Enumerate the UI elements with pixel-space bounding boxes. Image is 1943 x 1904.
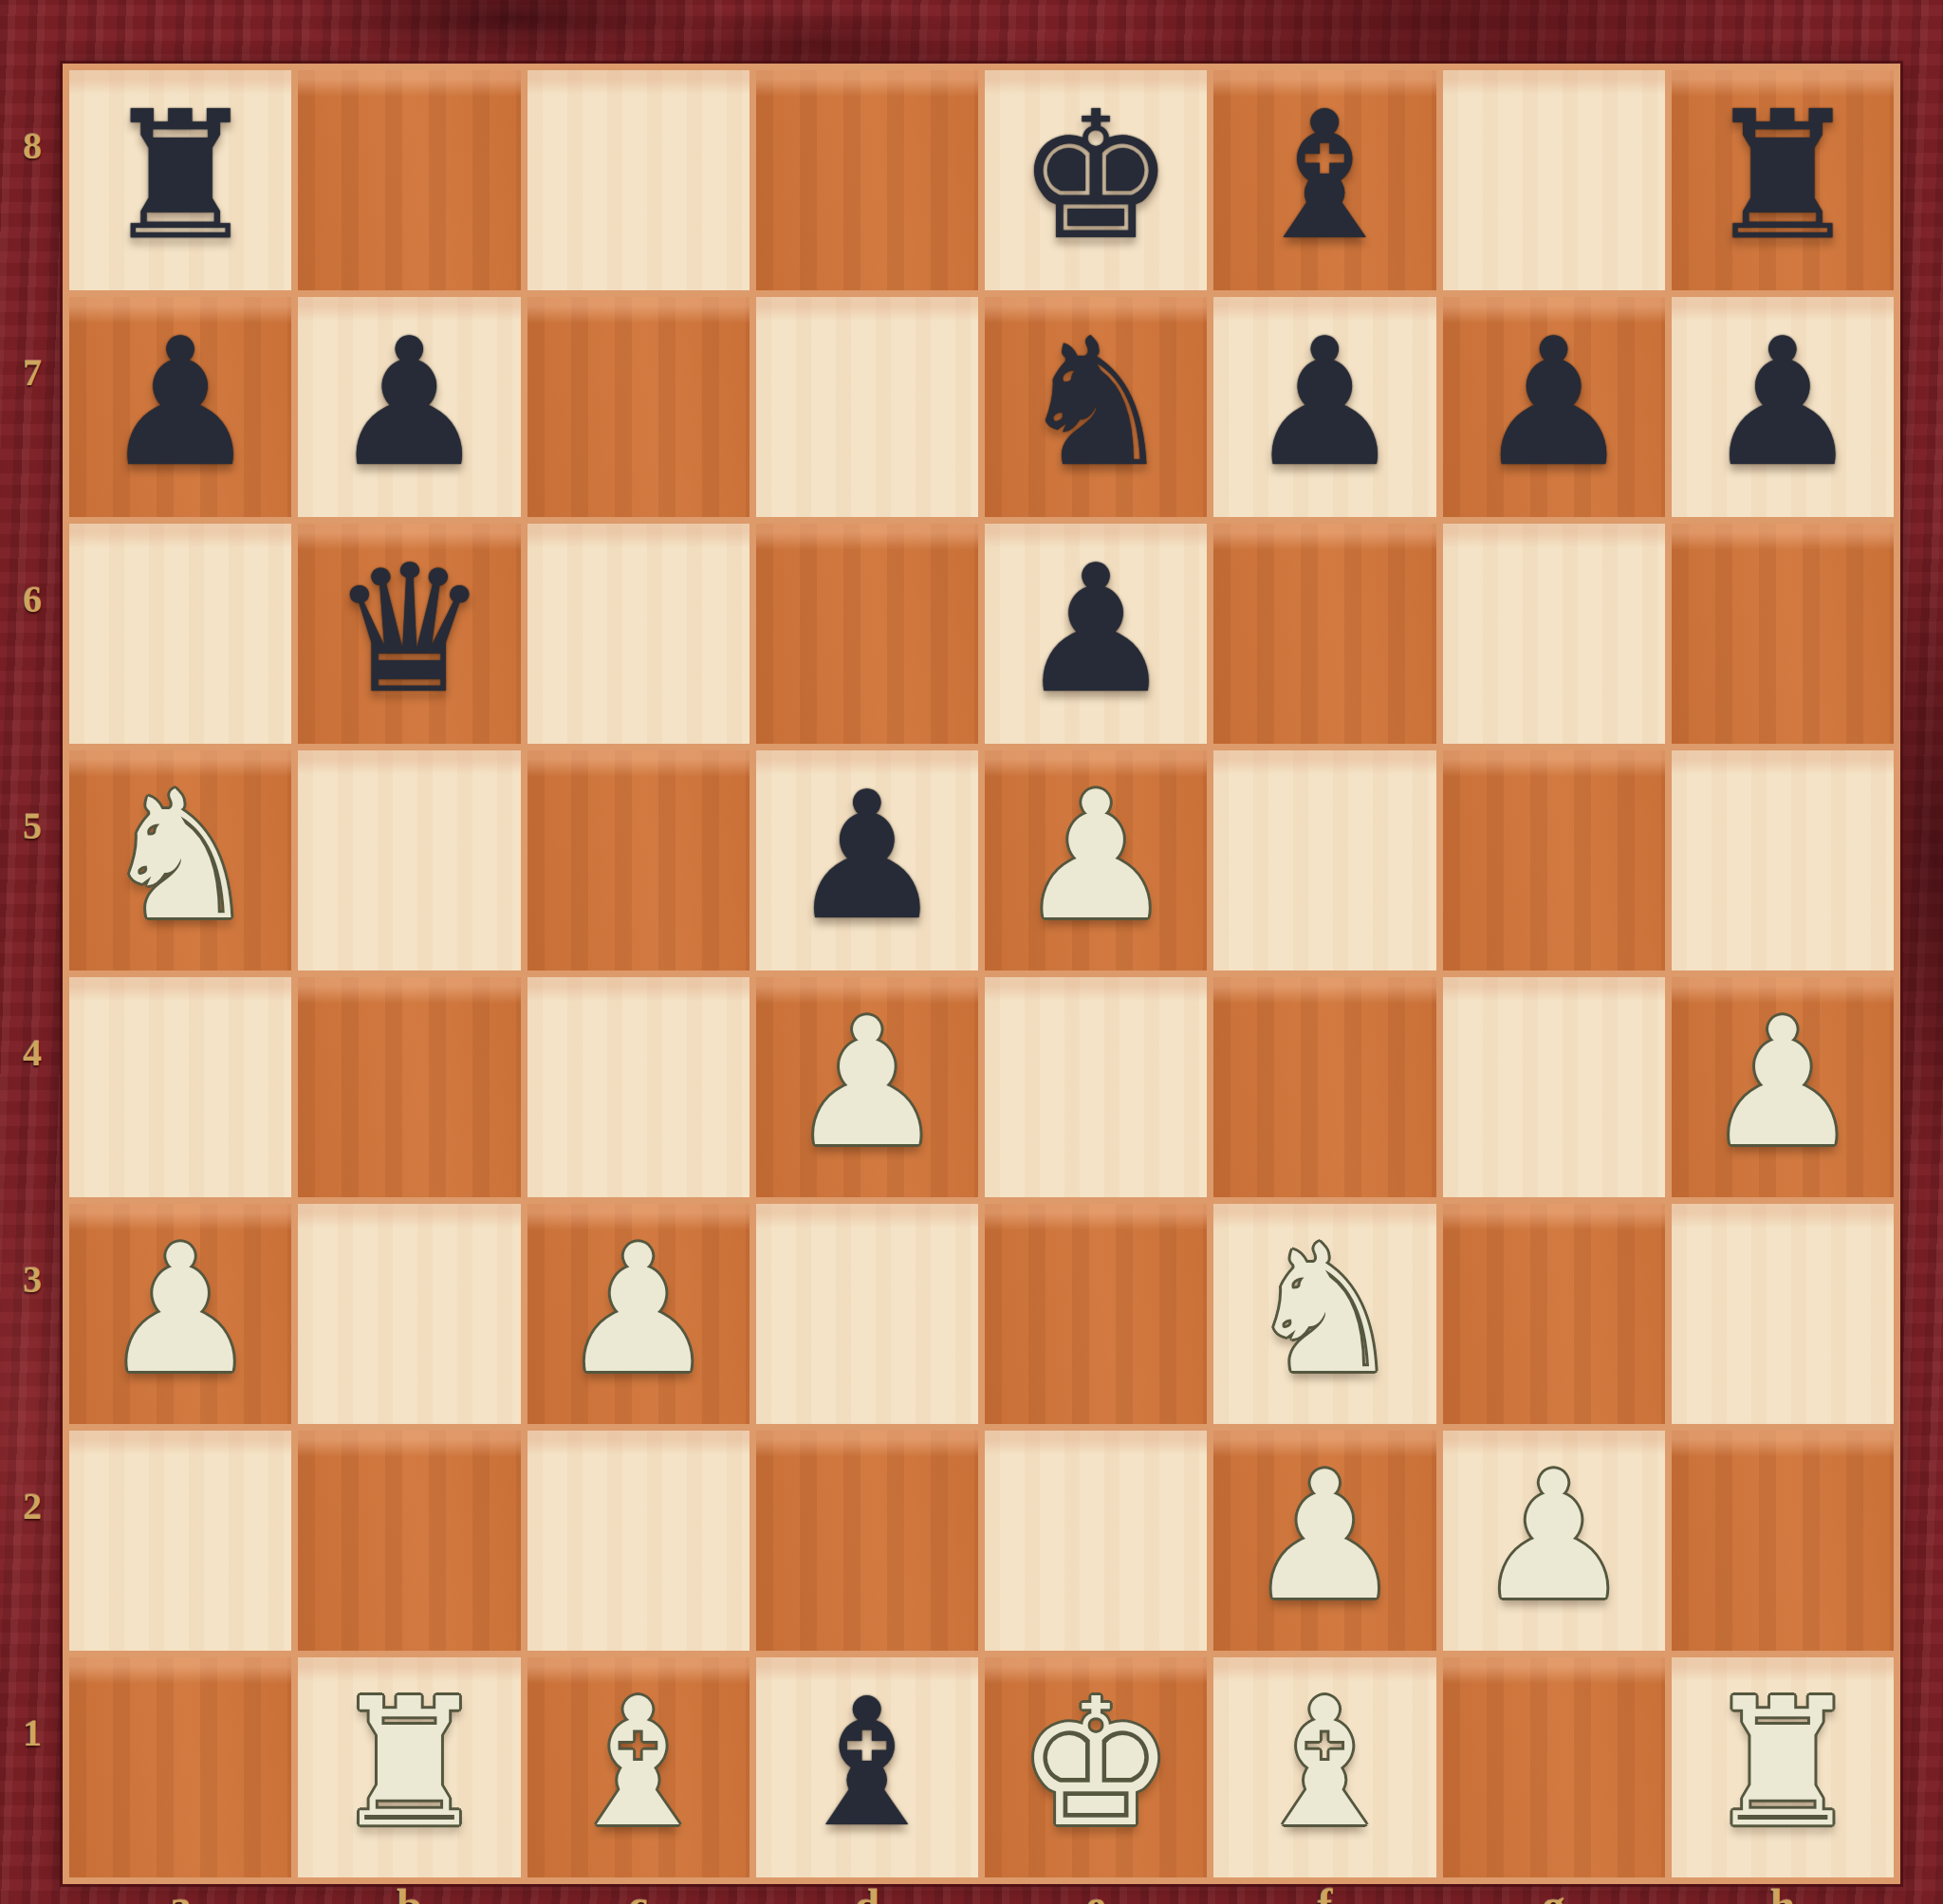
piece-black-pawn-g7[interactable]: ♟ (1474, 315, 1633, 491)
square-c5[interactable] (527, 750, 749, 970)
piece-black-knight-e7[interactable]: ♞ (1017, 315, 1175, 491)
file-label-a: a (150, 1879, 211, 1904)
square-e5[interactable]: ♟ (985, 750, 1207, 970)
piece-white-pawn-d4[interactable]: ♟ (788, 995, 947, 1172)
square-e3[interactable] (985, 1204, 1207, 1424)
rank-label-5: 5 (11, 804, 53, 848)
square-f2[interactable]: ♟ (1213, 1431, 1435, 1651)
piece-black-rook-h8[interactable]: ♜ (1704, 88, 1862, 265)
rank-label-3: 3 (11, 1257, 53, 1302)
square-h6[interactable] (1672, 524, 1894, 744)
piece-black-pawn-e6[interactable]: ♟ (1017, 542, 1175, 718)
piece-black-pawn-h7[interactable]: ♟ (1704, 315, 1862, 491)
file-label-b: b (379, 1879, 439, 1904)
square-c6[interactable] (527, 524, 749, 744)
square-d7[interactable] (756, 297, 978, 517)
file-label-d: d (837, 1879, 897, 1904)
square-f1[interactable]: ♝ (1213, 1657, 1435, 1877)
square-c4[interactable] (527, 977, 749, 1197)
square-a2[interactable] (69, 1431, 291, 1651)
square-b6[interactable]: ♛ (298, 524, 520, 744)
piece-black-king-e8[interactable]: ♚ (1017, 88, 1175, 265)
square-c8[interactable] (527, 70, 749, 290)
square-d6[interactable] (756, 524, 978, 744)
square-e8[interactable]: ♚ (985, 70, 1207, 290)
square-b3[interactable] (298, 1204, 520, 1424)
square-b1[interactable]: ♜ (298, 1657, 520, 1877)
square-d5[interactable]: ♟ (756, 750, 978, 970)
square-c3[interactable]: ♟ (527, 1204, 749, 1424)
square-e7[interactable]: ♞ (985, 297, 1207, 517)
square-c2[interactable] (527, 1431, 749, 1651)
piece-white-rook-h1[interactable]: ♜ (1704, 1675, 1862, 1852)
square-d1[interactable]: ♝ (756, 1657, 978, 1877)
square-a7[interactable]: ♟ (69, 297, 291, 517)
piece-black-pawn-d5[interactable]: ♟ (788, 768, 947, 945)
piece-white-pawn-a3[interactable]: ♟ (102, 1222, 260, 1398)
board-frame: ♜♚♝♜♟♟♞♟♟♟♛♟♞♟♟♟♟♟♟♞♟♟♜♝♝♚♝♜ 87654321 ab… (0, 0, 1943, 1904)
square-c1[interactable]: ♝ (527, 1657, 749, 1877)
square-g3[interactable] (1443, 1204, 1665, 1424)
square-a5[interactable]: ♞ (69, 750, 291, 970)
rank-label-2: 2 (11, 1484, 53, 1528)
piece-white-knight-f3[interactable]: ♞ (1246, 1222, 1404, 1398)
file-label-g: g (1524, 1879, 1584, 1904)
square-d2[interactable] (756, 1431, 978, 1651)
file-label-c: c (608, 1879, 669, 1904)
square-a6[interactable] (69, 524, 291, 744)
square-d8[interactable] (756, 70, 978, 290)
file-label-h: h (1752, 1879, 1813, 1904)
square-g5[interactable] (1443, 750, 1665, 970)
square-h3[interactable] (1672, 1204, 1894, 1424)
square-c7[interactable] (527, 297, 749, 517)
square-a4[interactable] (69, 977, 291, 1197)
piece-black-pawn-a7[interactable]: ♟ (102, 315, 260, 491)
piece-black-pawn-b7[interactable]: ♟ (330, 315, 489, 491)
piece-white-pawn-h4[interactable]: ♟ (1704, 995, 1862, 1172)
square-e1[interactable]: ♚ (985, 1657, 1207, 1877)
square-g4[interactable] (1443, 977, 1665, 1197)
piece-black-bishop-f8[interactable]: ♝ (1246, 88, 1404, 265)
square-f7[interactable]: ♟ (1213, 297, 1435, 517)
square-g8[interactable] (1443, 70, 1665, 290)
rank-label-8: 8 (11, 123, 53, 168)
square-d3[interactable] (756, 1204, 978, 1424)
square-e2[interactable] (985, 1431, 1207, 1651)
piece-white-pawn-c3[interactable]: ♟ (559, 1222, 717, 1398)
piece-white-knight-a5[interactable]: ♞ (102, 768, 260, 945)
square-e4[interactable] (985, 977, 1207, 1197)
square-g2[interactable]: ♟ (1443, 1431, 1665, 1651)
piece-black-rook-a8[interactable]: ♜ (102, 88, 260, 265)
rank-label-4: 4 (11, 1030, 53, 1075)
square-a1[interactable] (69, 1657, 291, 1877)
square-g1[interactable] (1443, 1657, 1665, 1877)
square-b2[interactable] (298, 1431, 520, 1651)
square-b8[interactable] (298, 70, 520, 290)
square-h1[interactable]: ♜ (1672, 1657, 1894, 1877)
square-f3[interactable]: ♞ (1213, 1204, 1435, 1424)
piece-white-bishop-f1[interactable]: ♝ (1246, 1675, 1404, 1852)
square-f8[interactable]: ♝ (1213, 70, 1435, 290)
piece-white-pawn-g2[interactable]: ♟ (1474, 1449, 1633, 1625)
square-g6[interactable] (1443, 524, 1665, 744)
rank-label-7: 7 (11, 350, 53, 395)
file-label-f: f (1294, 1879, 1355, 1904)
rank-label-6: 6 (11, 577, 53, 621)
square-h4[interactable]: ♟ (1672, 977, 1894, 1197)
square-b4[interactable] (298, 977, 520, 1197)
square-f4[interactable] (1213, 977, 1435, 1197)
square-f5[interactable] (1213, 750, 1435, 970)
file-label-e: e (1065, 1879, 1126, 1904)
piece-white-bishop-c1[interactable]: ♝ (559, 1675, 717, 1852)
square-g7[interactable]: ♟ (1443, 297, 1665, 517)
square-h8[interactable]: ♜ (1672, 70, 1894, 290)
square-h7[interactable]: ♟ (1672, 297, 1894, 517)
piece-white-rook-b1[interactable]: ♜ (330, 1675, 489, 1852)
square-h5[interactable] (1672, 750, 1894, 970)
square-b7[interactable]: ♟ (298, 297, 520, 517)
piece-black-bishop-d1[interactable]: ♝ (788, 1675, 947, 1852)
square-a3[interactable]: ♟ (69, 1204, 291, 1424)
square-f6[interactable] (1213, 524, 1435, 744)
square-d4[interactable]: ♟ (756, 977, 978, 1197)
piece-white-king-e1[interactable]: ♚ (1017, 1675, 1175, 1852)
piece-white-pawn-f2[interactable]: ♟ (1246, 1449, 1404, 1625)
piece-white-pawn-e5[interactable]: ♟ (1017, 768, 1175, 945)
piece-black-pawn-f7[interactable]: ♟ (1246, 315, 1404, 491)
chess-board: ♜♚♝♜♟♟♞♟♟♟♛♟♞♟♟♟♟♟♟♞♟♟♜♝♝♚♝♜ (63, 64, 1900, 1884)
piece-black-queen-b6[interactable]: ♛ (330, 542, 489, 718)
square-h2[interactable] (1672, 1431, 1894, 1651)
rank-label-1: 1 (11, 1710, 53, 1755)
square-b5[interactable] (298, 750, 520, 970)
square-a8[interactable]: ♜ (69, 70, 291, 290)
square-e6[interactable]: ♟ (985, 524, 1207, 744)
